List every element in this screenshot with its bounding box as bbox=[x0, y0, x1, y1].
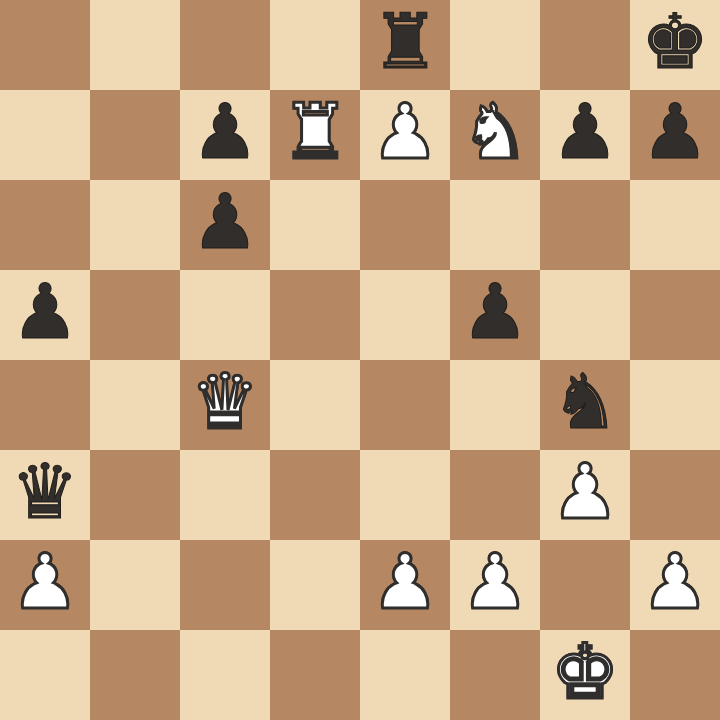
piece-black-pawn[interactable]: ♟ bbox=[191, 87, 259, 177]
square-g5[interactable] bbox=[540, 270, 630, 360]
square-b6[interactable] bbox=[90, 180, 180, 270]
piece-black-knight[interactable]: ♞ bbox=[551, 357, 619, 447]
square-e2[interactable]: ♟ bbox=[360, 540, 450, 630]
chess-board[interactable]: ♜♚♟♜♟♞♟♟♟♟♟♛♞♛♟♟♟♟♟♚ bbox=[0, 0, 720, 720]
square-c6[interactable]: ♟ bbox=[180, 180, 270, 270]
piece-white-pawn[interactable]: ♟ bbox=[551, 447, 619, 537]
piece-black-pawn[interactable]: ♟ bbox=[551, 87, 619, 177]
square-h6[interactable] bbox=[630, 180, 720, 270]
square-a3[interactable]: ♛ bbox=[0, 450, 90, 540]
square-c5[interactable] bbox=[180, 270, 270, 360]
square-c8[interactable] bbox=[180, 0, 270, 90]
square-d6[interactable] bbox=[270, 180, 360, 270]
square-a8[interactable] bbox=[0, 0, 90, 90]
square-a1[interactable] bbox=[0, 630, 90, 720]
square-g1[interactable]: ♚ bbox=[540, 630, 630, 720]
square-g2[interactable] bbox=[540, 540, 630, 630]
square-g6[interactable] bbox=[540, 180, 630, 270]
square-d7[interactable]: ♜ bbox=[270, 90, 360, 180]
square-d5[interactable] bbox=[270, 270, 360, 360]
square-b8[interactable] bbox=[90, 0, 180, 90]
square-h3[interactable] bbox=[630, 450, 720, 540]
square-f6[interactable] bbox=[450, 180, 540, 270]
piece-white-queen[interactable]: ♛ bbox=[191, 357, 259, 447]
piece-black-pawn[interactable]: ♟ bbox=[641, 87, 709, 177]
square-c7[interactable]: ♟ bbox=[180, 90, 270, 180]
piece-white-pawn[interactable]: ♟ bbox=[371, 87, 439, 177]
square-g7[interactable]: ♟ bbox=[540, 90, 630, 180]
square-h4[interactable] bbox=[630, 360, 720, 450]
square-e8[interactable]: ♜ bbox=[360, 0, 450, 90]
square-b5[interactable] bbox=[90, 270, 180, 360]
square-e5[interactable] bbox=[360, 270, 450, 360]
square-a4[interactable] bbox=[0, 360, 90, 450]
square-d8[interactable] bbox=[270, 0, 360, 90]
square-f4[interactable] bbox=[450, 360, 540, 450]
square-d4[interactable] bbox=[270, 360, 360, 450]
square-d1[interactable] bbox=[270, 630, 360, 720]
square-e4[interactable] bbox=[360, 360, 450, 450]
square-b1[interactable] bbox=[90, 630, 180, 720]
square-e7[interactable]: ♟ bbox=[360, 90, 450, 180]
square-h7[interactable]: ♟ bbox=[630, 90, 720, 180]
square-a7[interactable] bbox=[0, 90, 90, 180]
piece-black-pawn[interactable]: ♟ bbox=[461, 267, 529, 357]
piece-black-pawn[interactable]: ♟ bbox=[11, 267, 79, 357]
square-f2[interactable]: ♟ bbox=[450, 540, 540, 630]
square-a6[interactable] bbox=[0, 180, 90, 270]
piece-black-pawn[interactable]: ♟ bbox=[191, 177, 259, 267]
piece-white-pawn[interactable]: ♟ bbox=[641, 537, 709, 627]
square-h2[interactable]: ♟ bbox=[630, 540, 720, 630]
square-b2[interactable] bbox=[90, 540, 180, 630]
square-d3[interactable] bbox=[270, 450, 360, 540]
square-c2[interactable] bbox=[180, 540, 270, 630]
square-e6[interactable] bbox=[360, 180, 450, 270]
square-h8[interactable]: ♚ bbox=[630, 0, 720, 90]
square-c3[interactable] bbox=[180, 450, 270, 540]
square-h1[interactable] bbox=[630, 630, 720, 720]
square-f7[interactable]: ♞ bbox=[450, 90, 540, 180]
square-a5[interactable]: ♟ bbox=[0, 270, 90, 360]
square-a2[interactable]: ♟ bbox=[0, 540, 90, 630]
square-c1[interactable] bbox=[180, 630, 270, 720]
piece-white-pawn[interactable]: ♟ bbox=[11, 537, 79, 627]
square-f1[interactable] bbox=[450, 630, 540, 720]
square-b3[interactable] bbox=[90, 450, 180, 540]
square-e1[interactable] bbox=[360, 630, 450, 720]
square-h5[interactable] bbox=[630, 270, 720, 360]
piece-white-rook[interactable]: ♜ bbox=[281, 87, 349, 177]
piece-white-pawn[interactable]: ♟ bbox=[461, 537, 529, 627]
square-f5[interactable]: ♟ bbox=[450, 270, 540, 360]
piece-black-queen[interactable]: ♛ bbox=[11, 447, 79, 537]
piece-white-pawn[interactable]: ♟ bbox=[371, 537, 439, 627]
piece-black-king[interactable]: ♚ bbox=[641, 0, 709, 87]
piece-black-rook[interactable]: ♜ bbox=[371, 0, 439, 87]
square-b7[interactable] bbox=[90, 90, 180, 180]
piece-white-knight[interactable]: ♞ bbox=[461, 87, 529, 177]
square-e3[interactable] bbox=[360, 450, 450, 540]
square-f3[interactable] bbox=[450, 450, 540, 540]
square-g4[interactable]: ♞ bbox=[540, 360, 630, 450]
square-g3[interactable]: ♟ bbox=[540, 450, 630, 540]
square-d2[interactable] bbox=[270, 540, 360, 630]
square-b4[interactable] bbox=[90, 360, 180, 450]
square-g8[interactable] bbox=[540, 0, 630, 90]
piece-white-king[interactable]: ♚ bbox=[551, 627, 619, 717]
square-f8[interactable] bbox=[450, 0, 540, 90]
square-c4[interactable]: ♛ bbox=[180, 360, 270, 450]
